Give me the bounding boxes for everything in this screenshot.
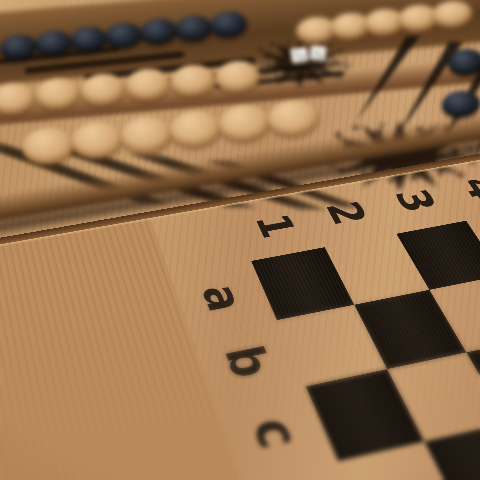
die[interactable] [309,45,326,62]
backgammon-checker-light[interactable] [118,114,173,155]
die[interactable] [290,47,309,64]
backgammon-checker-light[interactable] [167,108,222,149]
backgammon-checker-light[interactable] [216,103,271,144]
star-ornament-icon [244,38,356,90]
photo-of-game-set: 12345678 abcdefgh [0,0,480,480]
